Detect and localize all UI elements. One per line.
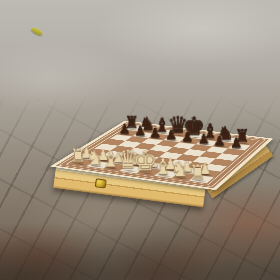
scene: ♜♞♝♛♚♝♞♜♟♟♟♟♟♟♟♟♟♟♟♟♟♟♟♟♜♞♝♛♚♝♞♜ <box>0 0 280 280</box>
black-pawn: ♟ <box>119 122 131 135</box>
black-pawn: ♟ <box>230 136 242 150</box>
white-knight: ♞ <box>171 159 189 179</box>
white-rook: ♜ <box>189 163 206 183</box>
black-pawn: ♟ <box>181 130 193 144</box>
white-rook: ♜ <box>70 146 87 165</box>
black-pawn: ♟ <box>165 128 177 142</box>
black-pawn: ♟ <box>150 126 162 139</box>
white-bishop: ♝ <box>153 156 172 177</box>
black-pawn: ♟ <box>197 132 209 146</box>
black-pawn: ♟ <box>214 134 226 148</box>
black-pawn: ♟ <box>134 124 146 137</box>
brass-clasp <box>95 178 107 188</box>
